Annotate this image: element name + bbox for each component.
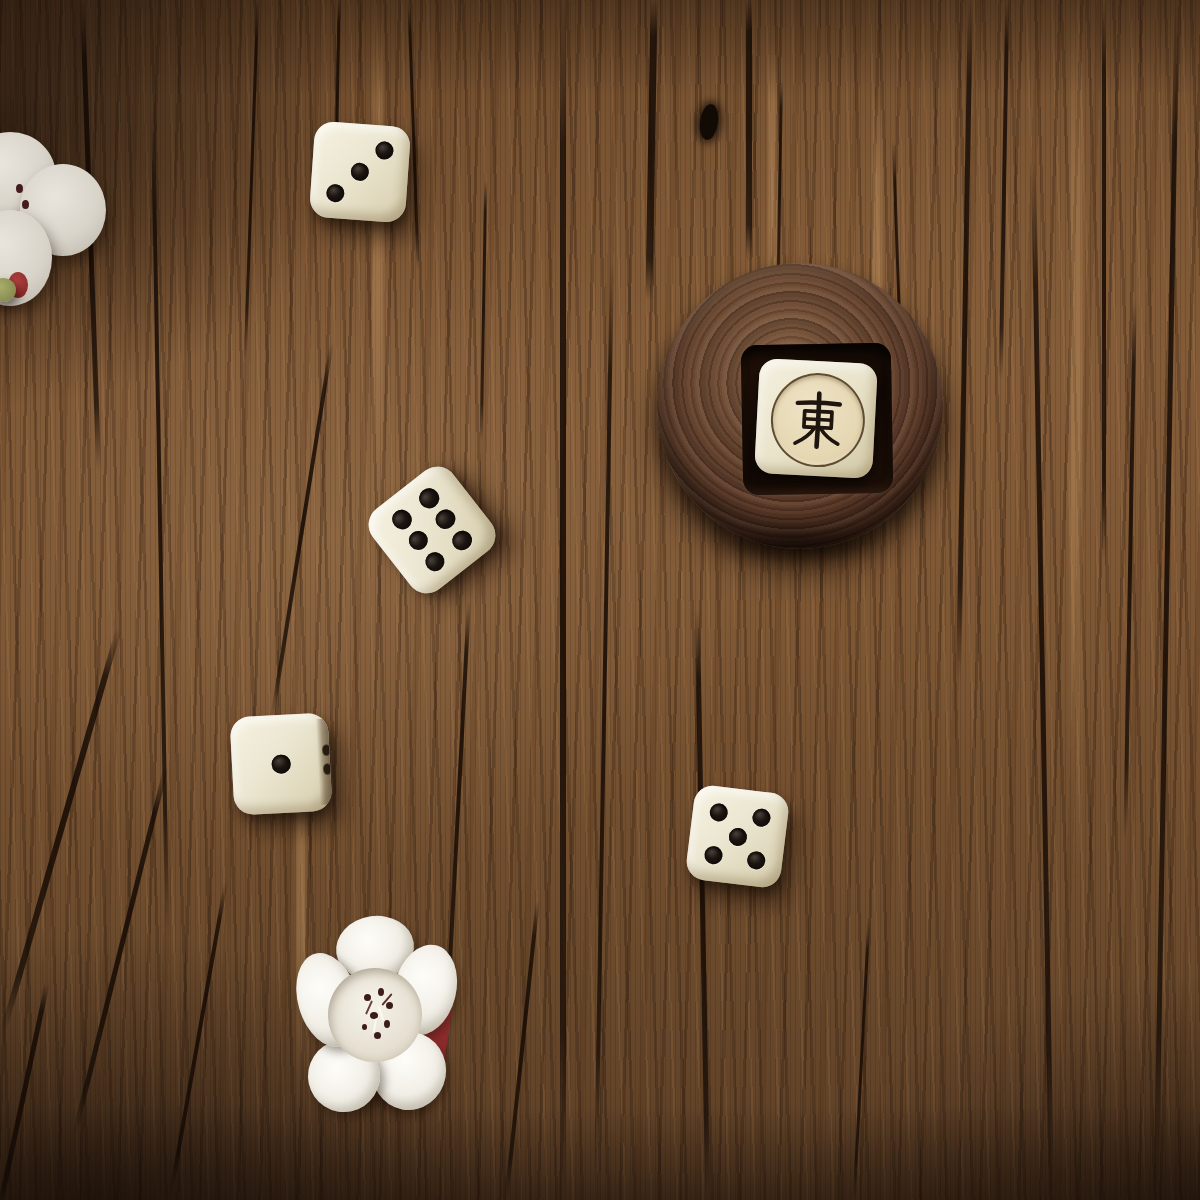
die-pip <box>708 802 728 822</box>
side-face-pip <box>322 744 330 756</box>
stamen-dot <box>16 184 23 193</box>
east-character-text: 東 <box>775 373 776 374</box>
die-pip <box>271 754 291 774</box>
die-top-value-3 <box>309 121 411 223</box>
die-pip <box>432 506 459 533</box>
blossom-bottom <box>298 916 458 1116</box>
die-pip <box>421 548 448 575</box>
stamen-dot <box>22 200 29 209</box>
die-pip <box>752 807 772 827</box>
die-pip <box>416 485 443 512</box>
die-pip <box>375 141 394 160</box>
blossom-top-left <box>0 126 114 311</box>
marker-circle-inlay: 東 <box>769 371 868 470</box>
east-wind-marker-tile: 東 <box>754 358 878 479</box>
die-pip <box>326 184 345 203</box>
stamen-dot <box>386 1002 393 1009</box>
stamen-dot <box>362 1024 367 1030</box>
die-side-face <box>316 718 333 805</box>
die-pip <box>703 845 723 865</box>
photo-scene: 東 <box>0 0 1200 1200</box>
die-pip <box>746 851 766 871</box>
stamen-dot <box>384 1020 390 1028</box>
side-face-pip <box>323 763 331 775</box>
die-bottom-right-value-5 <box>685 784 791 890</box>
die-pip <box>388 506 415 533</box>
die-pip <box>727 826 747 846</box>
dish-square-recess: 東 <box>741 343 894 496</box>
die-middle-value-6 <box>360 458 503 601</box>
east-character-icon <box>785 388 850 453</box>
dice-layer <box>0 0 1200 1200</box>
stamen-dot <box>378 988 384 996</box>
wooden-dice-dish: 東 <box>657 263 943 549</box>
die-bottom-left-value-1 <box>230 713 333 816</box>
die-pip <box>448 527 475 554</box>
die-pip <box>405 527 432 554</box>
stamen-dot <box>374 1032 381 1039</box>
die-pip <box>350 162 369 181</box>
